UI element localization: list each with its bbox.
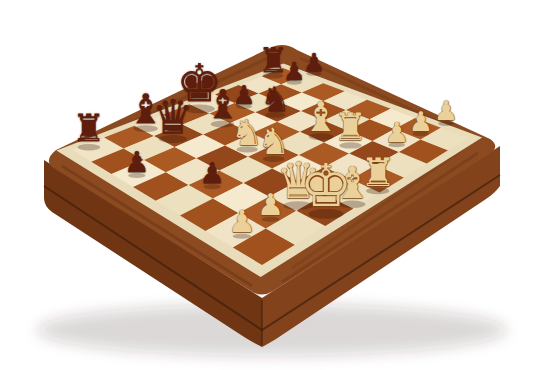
- piece-white-pawn-a2[interactable]: ♟: [228, 207, 255, 238]
- chessboard-photo: ♟♜♟♟♚♞♟♝♝♟♝♛♟♜♜♞♞♟♟♜♝♛♚♟♟: [0, 0, 540, 370]
- piece-white-pawn-h2[interactable]: ♟: [409, 108, 433, 135]
- piece-black-queen-c7[interactable]: ♛: [152, 93, 194, 140]
- piece-white-pawn-rim[interactable]: ♟: [434, 98, 458, 125]
- piece-black-pawn-b4[interactable]: ♟: [199, 159, 225, 188]
- piece-black-knight-f6[interactable]: ♞: [260, 82, 291, 116]
- piece-white-rook-f3[interactable]: ♜: [334, 109, 368, 146]
- piece-white-pawn-b2[interactable]: ♟: [257, 190, 284, 220]
- piece-white-king-c1[interactable]: ♚: [300, 156, 352, 215]
- piece-black-pawn-a6[interactable]: ♟: [124, 148, 150, 177]
- piece-black-pawn-rim[interactable]: ♟: [303, 50, 326, 75]
- piece-black-rook-a8[interactable]: ♜: [72, 110, 106, 148]
- piece-white-pawn-g2[interactable]: ♟: [384, 118, 409, 145]
